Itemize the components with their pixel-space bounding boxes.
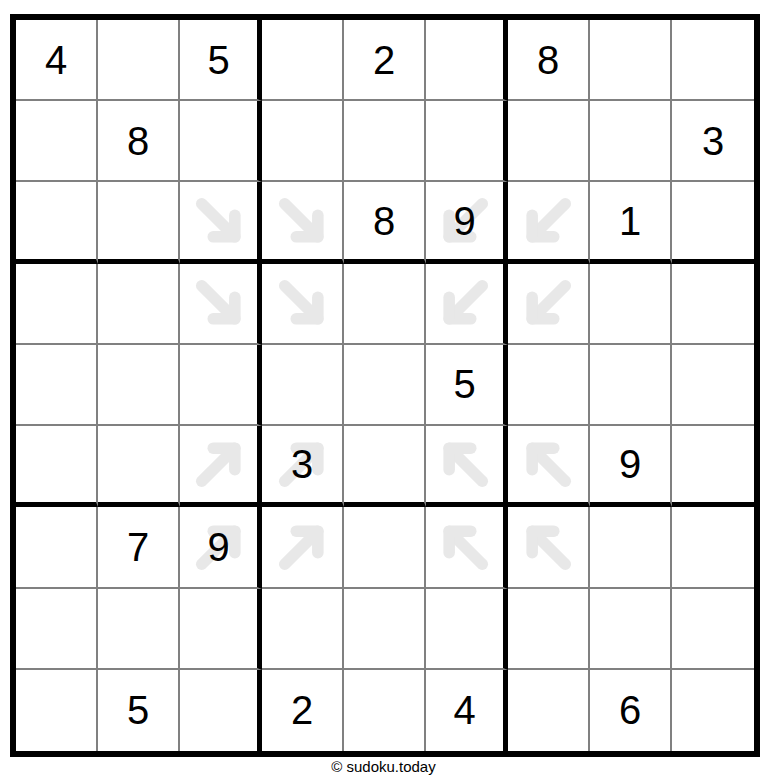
given-digit: 4 (45, 40, 67, 80)
cell-r9c6[interactable]: 4 (426, 670, 508, 751)
given-digit: 1 (619, 201, 641, 241)
arrow-se-icon (266, 267, 338, 339)
cell-r9c9[interactable] (672, 670, 754, 751)
cell-r5c1[interactable] (16, 345, 98, 426)
cell-r6c3[interactable] (180, 426, 262, 507)
cell-r4c3[interactable] (180, 264, 262, 345)
given-digit: 3 (291, 444, 313, 484)
arrow-se-icon (266, 185, 338, 257)
given-digit: 2 (291, 690, 313, 730)
cell-r3c6[interactable]: 9 (426, 182, 508, 263)
cell-r1c4[interactable] (262, 20, 344, 101)
cell-r3c8[interactable]: 1 (590, 182, 672, 263)
cell-r9c2[interactable]: 5 (98, 670, 180, 751)
arrow-sw-icon (429, 267, 501, 339)
cell-r8c4[interactable] (262, 589, 344, 670)
given-digit: 2 (373, 40, 395, 80)
cell-r3c2[interactable] (98, 182, 180, 263)
cell-r2c7[interactable] (508, 101, 590, 182)
cell-r4c6[interactable] (426, 264, 508, 345)
given-digit: 5 (207, 40, 229, 80)
cell-r8c3[interactable] (180, 589, 262, 670)
cell-r8c6[interactable] (426, 589, 508, 670)
given-digit: 7 (127, 527, 149, 567)
given-digit: 9 (453, 201, 475, 241)
cell-r8c7[interactable] (508, 589, 590, 670)
arrow-nw-icon (512, 511, 584, 583)
cell-r4c2[interactable] (98, 264, 180, 345)
cell-r5c9[interactable] (672, 345, 754, 426)
cell-r9c5[interactable] (344, 670, 426, 751)
cell-r8c9[interactable] (672, 589, 754, 670)
given-digit: 8 (537, 40, 559, 80)
given-digit: 8 (127, 121, 149, 161)
cell-r7c7[interactable] (508, 507, 590, 588)
cell-r8c8[interactable] (590, 589, 672, 670)
arrow-se-icon (183, 267, 255, 339)
cell-r5c4[interactable] (262, 345, 344, 426)
cell-r5c3[interactable] (180, 345, 262, 426)
cell-r2c9[interactable]: 3 (672, 101, 754, 182)
cell-r5c8[interactable] (590, 345, 672, 426)
arrow-sw-icon (512, 267, 584, 339)
sudoku-board: 452883891539795246 (10, 14, 760, 757)
cell-r7c3[interactable]: 9 (180, 507, 262, 588)
cell-r4c9[interactable] (672, 264, 754, 345)
cell-r6c5[interactable] (344, 426, 426, 507)
cell-r1c9[interactable] (672, 20, 754, 101)
cell-r2c2[interactable]: 8 (98, 101, 180, 182)
given-digit: 8 (373, 201, 395, 241)
cell-r4c1[interactable] (16, 264, 98, 345)
cell-r2c8[interactable] (590, 101, 672, 182)
cell-r6c7[interactable] (508, 426, 590, 507)
given-digit: 3 (702, 121, 724, 161)
cell-r4c4[interactable] (262, 264, 344, 345)
cell-r1c1[interactable]: 4 (16, 20, 98, 101)
cell-r3c7[interactable] (508, 182, 590, 263)
cell-r8c5[interactable] (344, 589, 426, 670)
cell-r9c4[interactable]: 2 (262, 670, 344, 751)
cell-r7c4[interactable] (262, 507, 344, 588)
cell-r1c3[interactable]: 5 (180, 20, 262, 101)
cell-r7c1[interactable] (16, 507, 98, 588)
cell-r3c5[interactable]: 8 (344, 182, 426, 263)
cell-r4c8[interactable] (590, 264, 672, 345)
cell-r3c4[interactable] (262, 182, 344, 263)
cell-r7c6[interactable] (426, 507, 508, 588)
cell-r9c7[interactable] (508, 670, 590, 751)
cell-r1c8[interactable] (590, 20, 672, 101)
cell-r5c7[interactable] (508, 345, 590, 426)
given-digit: 6 (619, 690, 641, 730)
arrow-ne-icon (266, 511, 338, 583)
given-digit: 5 (127, 690, 149, 730)
cell-r2c6[interactable] (426, 101, 508, 182)
arrow-nw-icon (429, 511, 501, 583)
cell-r3c9[interactable] (672, 182, 754, 263)
cell-r7c2[interactable]: 7 (98, 507, 180, 588)
cell-r3c3[interactable] (180, 182, 262, 263)
cell-r1c6[interactable] (426, 20, 508, 101)
cell-r5c2[interactable] (98, 345, 180, 426)
arrow-sw-icon (512, 185, 584, 257)
cell-r6c6[interactable] (426, 426, 508, 507)
cell-r8c1[interactable] (16, 589, 98, 670)
cell-r2c4[interactable] (262, 101, 344, 182)
cell-r6c1[interactable] (16, 426, 98, 507)
cell-r5c6[interactable]: 5 (426, 345, 508, 426)
given-digit: 4 (453, 690, 475, 730)
cell-r3c1[interactable] (16, 182, 98, 263)
cell-r4c5[interactable] (344, 264, 426, 345)
cell-r2c5[interactable] (344, 101, 426, 182)
cell-r4c7[interactable] (508, 264, 590, 345)
cell-r7c5[interactable] (344, 507, 426, 588)
cell-r7c8[interactable] (590, 507, 672, 588)
arrow-nw-icon (512, 428, 584, 500)
cell-r2c1[interactable] (16, 101, 98, 182)
cell-r9c1[interactable] (16, 670, 98, 751)
cell-r5c5[interactable] (344, 345, 426, 426)
cell-r7c9[interactable] (672, 507, 754, 588)
cell-r6c4[interactable]: 3 (262, 426, 344, 507)
arrow-ne-icon (183, 428, 255, 500)
arrow-se-icon (183, 185, 255, 257)
cell-r1c7[interactable]: 8 (508, 20, 590, 101)
arrow-nw-icon (429, 428, 501, 500)
cell-r2c3[interactable] (180, 101, 262, 182)
cell-r9c3[interactable] (180, 670, 262, 751)
cell-r9c8[interactable]: 6 (590, 670, 672, 751)
cell-r8c2[interactable] (98, 589, 180, 670)
credit-text: © sudoku.today (0, 758, 767, 775)
cell-r6c2[interactable] (98, 426, 180, 507)
cell-r6c8[interactable]: 9 (590, 426, 672, 507)
given-digit: 5 (453, 364, 475, 404)
given-digit: 9 (207, 527, 229, 567)
cell-r1c5[interactable]: 2 (344, 20, 426, 101)
cell-r6c9[interactable] (672, 426, 754, 507)
cell-r1c2[interactable] (98, 20, 180, 101)
given-digit: 9 (619, 444, 641, 484)
